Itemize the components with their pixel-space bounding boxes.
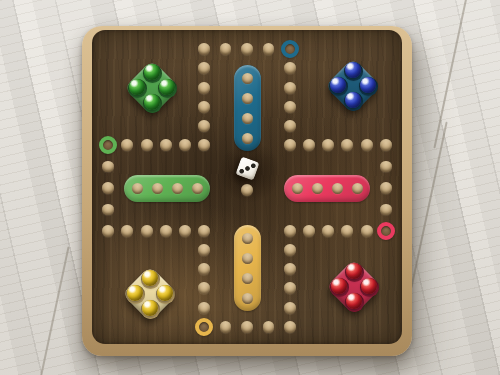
track-hole[interactable] (198, 139, 210, 151)
track-hole[interactable] (198, 101, 210, 113)
board-pieces-layer (0, 0, 500, 375)
track-hole[interactable] (284, 282, 296, 294)
track-hole[interactable] (284, 62, 296, 74)
track-hole[interactable] (198, 282, 210, 294)
track-hole[interactable] (160, 139, 172, 151)
home-row-hole-red[interactable] (332, 183, 343, 194)
track-hole[interactable] (102, 225, 114, 237)
home-row-hole-green[interactable] (132, 183, 143, 194)
track-hole[interactable] (284, 321, 296, 333)
track-hole[interactable] (141, 225, 153, 237)
track-hole[interactable] (263, 43, 275, 55)
track-hole[interactable] (160, 225, 172, 237)
home-row-hole-yellow[interactable] (242, 253, 253, 264)
track-hole[interactable] (322, 139, 334, 151)
home-row-hole-blue[interactable] (242, 93, 253, 104)
home-row-hole-red[interactable] (352, 183, 363, 194)
home-row-hole-blue[interactable] (242, 73, 253, 84)
track-hole[interactable] (361, 139, 373, 151)
home-row-hole-green[interactable] (192, 183, 203, 194)
start-hole-blue[interactable] (281, 40, 299, 58)
start-hole-yellow[interactable] (195, 318, 213, 336)
track-hole[interactable] (380, 139, 392, 151)
track-hole[interactable] (361, 225, 373, 237)
track-hole[interactable] (198, 263, 210, 275)
track-hole[interactable] (284, 82, 296, 94)
home-row-hole-red[interactable] (312, 183, 323, 194)
track-hole[interactable] (102, 161, 114, 173)
home-row-hole-blue[interactable] (242, 133, 253, 144)
photo-scene (0, 0, 500, 375)
track-hole[interactable] (121, 139, 133, 151)
home-row-hole-blue[interactable] (242, 113, 253, 124)
track-hole[interactable] (380, 204, 392, 216)
start-hole-green[interactable] (99, 136, 117, 154)
track-hole[interactable] (341, 139, 353, 151)
track-hole[interactable] (284, 139, 296, 151)
track-hole[interactable] (102, 204, 114, 216)
track-hole[interactable] (380, 182, 392, 194)
track-hole[interactable] (303, 225, 315, 237)
track-hole[interactable] (220, 321, 232, 333)
home-row-hole-red[interactable] (292, 183, 303, 194)
track-hole[interactable] (284, 120, 296, 132)
track-hole[interactable] (198, 120, 210, 132)
track-hole[interactable] (241, 43, 253, 55)
track-hole[interactable] (102, 182, 114, 194)
track-hole[interactable] (380, 161, 392, 173)
track-hole[interactable] (198, 225, 210, 237)
track-hole[interactable] (179, 139, 191, 151)
track-hole[interactable] (284, 302, 296, 314)
track-hole[interactable] (198, 62, 210, 74)
track-hole[interactable] (198, 43, 210, 55)
start-hole-red[interactable] (377, 222, 395, 240)
track-hole[interactable] (284, 101, 296, 113)
track-hole[interactable] (284, 244, 296, 256)
track-hole[interactable] (121, 225, 133, 237)
track-hole[interactable] (141, 139, 153, 151)
track-hole[interactable] (322, 225, 334, 237)
track-hole[interactable] (284, 263, 296, 275)
track-hole[interactable] (198, 302, 210, 314)
track-hole[interactable] (220, 43, 232, 55)
track-hole[interactable] (263, 321, 275, 333)
home-row-hole-green[interactable] (152, 183, 163, 194)
track-hole[interactable] (198, 244, 210, 256)
track-hole[interactable] (341, 225, 353, 237)
home-row-hole-yellow[interactable] (242, 273, 253, 284)
track-hole[interactable] (303, 139, 315, 151)
track-hole[interactable] (179, 225, 191, 237)
track-hole[interactable] (241, 321, 253, 333)
home-row-hole-yellow[interactable] (242, 293, 253, 304)
home-row-hole-yellow[interactable] (242, 233, 253, 244)
home-row-hole-green[interactable] (172, 183, 183, 194)
track-hole[interactable] (198, 82, 210, 94)
track-hole[interactable] (284, 225, 296, 237)
